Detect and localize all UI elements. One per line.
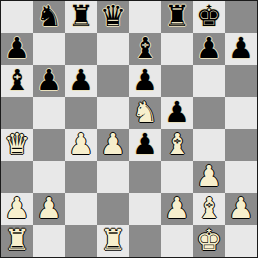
- square-f2[interactable]: ♟: [161, 193, 193, 225]
- square-b8[interactable]: ♞: [33, 1, 65, 33]
- black-pawn-piece: ♟: [132, 65, 158, 96]
- black-pawn-piece: ♟: [164, 97, 190, 128]
- square-a8[interactable]: [1, 1, 33, 33]
- square-a1[interactable]: ♜: [1, 225, 33, 257]
- square-e5[interactable]: ♞: [129, 97, 161, 129]
- square-h7[interactable]: ♟: [225, 33, 257, 65]
- black-queen-piece: ♛: [100, 1, 126, 32]
- square-g5[interactable]: [193, 97, 225, 129]
- black-pawn-piece: ♟: [4, 33, 30, 64]
- square-f3[interactable]: [161, 161, 193, 193]
- square-c1[interactable]: [65, 225, 97, 257]
- black-pawn-piece: ♟: [36, 65, 62, 96]
- square-a3[interactable]: [1, 161, 33, 193]
- square-h2[interactable]: ♟: [225, 193, 257, 225]
- white-pawn-piece: ♟: [228, 193, 254, 224]
- square-a2[interactable]: ♟: [1, 193, 33, 225]
- square-g4[interactable]: [193, 129, 225, 161]
- square-f4[interactable]: ♝: [161, 129, 193, 161]
- white-king-piece: ♚: [196, 225, 222, 256]
- square-d8[interactable]: ♛: [97, 1, 129, 33]
- black-bishop-piece: ♝: [132, 33, 158, 64]
- square-b7[interactable]: [33, 33, 65, 65]
- square-a4[interactable]: ♛: [1, 129, 33, 161]
- black-pawn-piece: ♟: [196, 33, 222, 64]
- square-d5[interactable]: [97, 97, 129, 129]
- square-a5[interactable]: [1, 97, 33, 129]
- white-pawn-piece: ♟: [196, 161, 222, 192]
- white-pawn-piece: ♟: [4, 193, 30, 224]
- square-g6[interactable]: [193, 65, 225, 97]
- square-g7[interactable]: ♟: [193, 33, 225, 65]
- black-pawn-piece: ♟: [228, 33, 254, 64]
- white-pawn-piece: ♟: [36, 193, 62, 224]
- square-a7[interactable]: ♟: [1, 33, 33, 65]
- square-c4[interactable]: ♟: [65, 129, 97, 161]
- white-pawn-piece: ♟: [100, 129, 126, 160]
- square-f5[interactable]: ♟: [161, 97, 193, 129]
- square-h1[interactable]: [225, 225, 257, 257]
- square-e7[interactable]: ♝: [129, 33, 161, 65]
- square-g1[interactable]: ♚: [193, 225, 225, 257]
- square-d7[interactable]: [97, 33, 129, 65]
- square-e8[interactable]: [129, 1, 161, 33]
- black-knight-piece: ♞: [36, 1, 62, 32]
- white-bishop-piece: ♝: [164, 129, 190, 160]
- square-f6[interactable]: [161, 65, 193, 97]
- square-b4[interactable]: [33, 129, 65, 161]
- white-rook-piece: ♜: [4, 225, 30, 256]
- black-bishop-piece: ♝: [4, 65, 30, 96]
- square-g8[interactable]: ♚: [193, 1, 225, 33]
- chess-board-frame: ♞♜♛♜♚♟♝♟♟♝♟♟♟♞♟♛♟♟♟♝♟♟♟♟♝♟♜♜♚: [0, 0, 258, 258]
- square-h4[interactable]: [225, 129, 257, 161]
- black-pawn-piece: ♟: [132, 129, 158, 160]
- square-c8[interactable]: ♜: [65, 1, 97, 33]
- white-rook-piece: ♜: [100, 225, 126, 256]
- white-pawn-piece: ♟: [164, 193, 190, 224]
- square-d1[interactable]: ♜: [97, 225, 129, 257]
- black-pawn-piece: ♟: [68, 65, 94, 96]
- white-bishop-piece: ♝: [196, 193, 222, 224]
- square-f7[interactable]: [161, 33, 193, 65]
- black-rook-piece: ♜: [68, 1, 94, 32]
- square-e6[interactable]: ♟: [129, 65, 161, 97]
- square-d3[interactable]: [97, 161, 129, 193]
- square-e4[interactable]: ♟: [129, 129, 161, 161]
- chess-board: ♞♜♛♜♚♟♝♟♟♝♟♟♟♞♟♛♟♟♟♝♟♟♟♟♝♟♜♜♚: [1, 1, 257, 257]
- square-h8[interactable]: [225, 1, 257, 33]
- square-f8[interactable]: ♜: [161, 1, 193, 33]
- square-c3[interactable]: [65, 161, 97, 193]
- square-h6[interactable]: [225, 65, 257, 97]
- black-rook-piece: ♜: [164, 1, 190, 32]
- square-g3[interactable]: ♟: [193, 161, 225, 193]
- square-b6[interactable]: ♟: [33, 65, 65, 97]
- black-king-piece: ♚: [196, 1, 222, 32]
- square-d2[interactable]: [97, 193, 129, 225]
- square-e3[interactable]: [129, 161, 161, 193]
- square-b5[interactable]: [33, 97, 65, 129]
- square-c2[interactable]: [65, 193, 97, 225]
- square-b3[interactable]: [33, 161, 65, 193]
- square-d6[interactable]: [97, 65, 129, 97]
- white-knight-piece: ♞: [132, 97, 158, 128]
- square-h5[interactable]: [225, 97, 257, 129]
- square-e2[interactable]: [129, 193, 161, 225]
- square-b1[interactable]: [33, 225, 65, 257]
- square-d4[interactable]: ♟: [97, 129, 129, 161]
- square-f1[interactable]: [161, 225, 193, 257]
- white-queen-piece: ♛: [4, 129, 30, 160]
- square-g2[interactable]: ♝: [193, 193, 225, 225]
- square-e1[interactable]: [129, 225, 161, 257]
- square-c7[interactable]: [65, 33, 97, 65]
- square-c5[interactable]: [65, 97, 97, 129]
- square-b2[interactable]: ♟: [33, 193, 65, 225]
- white-pawn-piece: ♟: [68, 129, 94, 160]
- square-a6[interactable]: ♝: [1, 65, 33, 97]
- square-c6[interactable]: ♟: [65, 65, 97, 97]
- square-h3[interactable]: [225, 161, 257, 193]
